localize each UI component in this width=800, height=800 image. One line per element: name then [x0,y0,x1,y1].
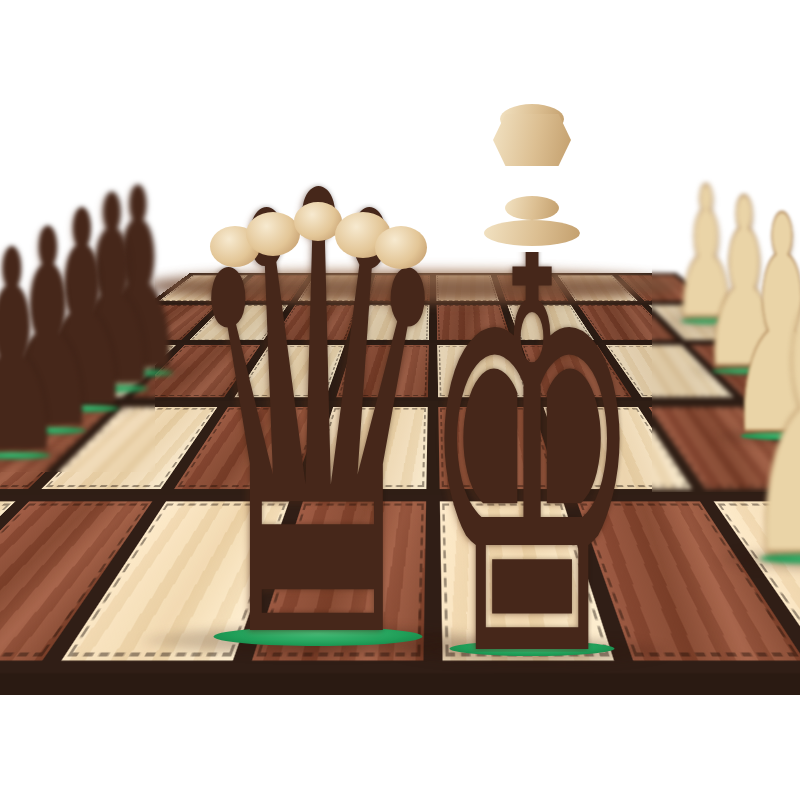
king-finial-part [484,220,580,246]
king-body: ♚ [342,252,722,652]
dark-pawn-glyph: ♟ [0,252,64,455]
light-pawn-glyph: ♟ [739,245,800,560]
chess-set-photo: ♛♚♟♟♟♟♟♟♟♟♟ [0,0,800,800]
queen-finial-ball [246,212,300,256]
black-king-glyph: ♚ [420,254,644,652]
king-finial-part [505,196,559,220]
king-finial-part [493,114,571,166]
